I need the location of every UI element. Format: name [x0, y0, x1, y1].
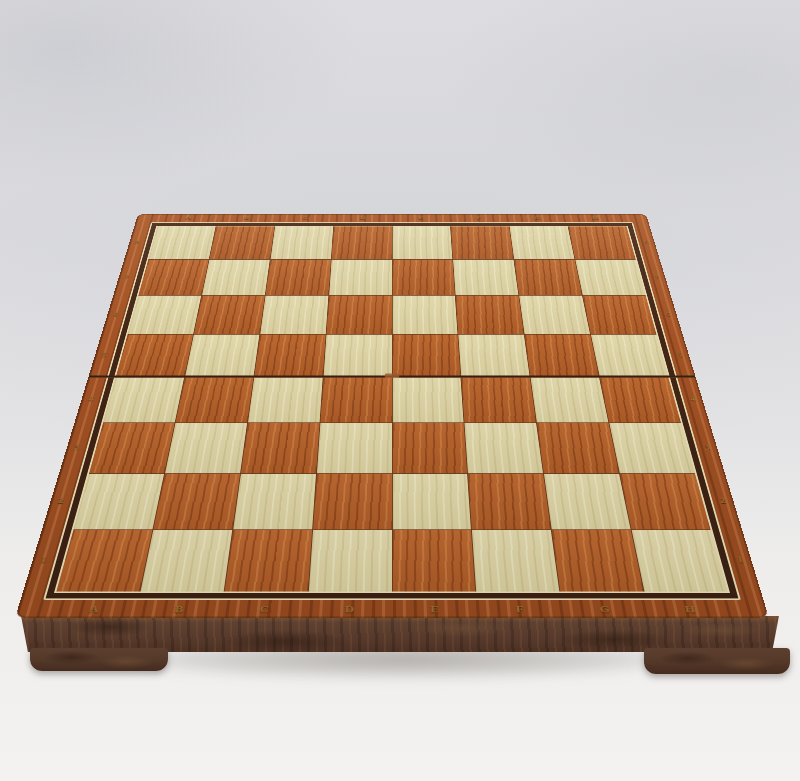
square-f3 [465, 423, 543, 473]
square-h3 [610, 423, 695, 473]
square-b5 [185, 334, 259, 376]
square-g1 [552, 530, 644, 591]
square-b4 [175, 377, 253, 423]
fold-latch-mark [385, 374, 400, 378]
square-a1 [56, 530, 152, 591]
square-e6 [392, 296, 457, 334]
file-label-e: E [392, 601, 478, 617]
square-b6 [194, 296, 265, 334]
file-label-top-c: C [275, 215, 334, 222]
square-c5 [254, 334, 325, 376]
square-e3 [392, 423, 467, 473]
square-a8 [148, 226, 215, 259]
square-d1 [308, 530, 391, 591]
square-a2 [74, 474, 164, 529]
file-label-h: H [646, 601, 735, 617]
square-g7 [514, 260, 582, 295]
file-label-c: C [221, 601, 308, 617]
square-f5 [459, 334, 530, 376]
square-c1 [224, 530, 311, 591]
board-foot-right [644, 648, 790, 674]
file-label-top-e: E [392, 215, 450, 222]
square-c3 [241, 423, 319, 473]
file-label-top-f: F [450, 215, 509, 222]
square-a4 [103, 377, 184, 423]
chessboard: ABCDEFGH ABCDEFGH 87654321 87654321 [15, 214, 769, 618]
square-g4 [531, 377, 609, 423]
file-label-a: A [49, 601, 138, 617]
file-label-b: B [135, 601, 223, 617]
square-c2 [233, 474, 316, 529]
square-d8 [331, 226, 391, 259]
file-label-d: D [306, 601, 392, 617]
square-g3 [537, 423, 619, 473]
file-label-top-a: A [159, 215, 219, 222]
square-e4 [392, 377, 463, 423]
square-e2 [392, 474, 471, 529]
file-label-top-b: B [217, 215, 276, 222]
square-f4 [462, 377, 537, 423]
square-f2 [468, 474, 551, 529]
square-b1 [140, 530, 232, 591]
square-c7 [265, 260, 330, 295]
square-f6 [456, 296, 524, 334]
square-h5 [591, 334, 668, 376]
square-c8 [270, 226, 333, 259]
square-a3 [89, 423, 174, 473]
square-b2 [153, 474, 240, 529]
square-b8 [209, 226, 274, 259]
square-g5 [525, 334, 599, 376]
square-h6 [583, 296, 656, 334]
square-b3 [165, 423, 247, 473]
file-label-top-h: H [565, 215, 625, 222]
square-d2 [313, 474, 392, 529]
file-label-g: G [561, 601, 649, 617]
square-h1 [632, 530, 728, 591]
square-d5 [323, 334, 391, 376]
playing-field [56, 226, 727, 591]
square-h7 [575, 260, 645, 295]
square-f1 [472, 530, 559, 591]
square-g8 [510, 226, 575, 259]
square-d7 [329, 260, 392, 295]
square-g2 [544, 474, 631, 529]
file-label-top-g: G [508, 215, 567, 222]
square-b7 [202, 260, 270, 295]
photo-background: ABCDEFGH ABCDEFGH 87654321 87654321 [0, 0, 800, 781]
square-e8 [392, 226, 452, 259]
file-label-f: F [477, 601, 564, 617]
file-label-top-d: D [334, 215, 392, 222]
square-d6 [326, 296, 391, 334]
board-side-edge [18, 616, 782, 652]
board-foot-left [30, 648, 168, 671]
file-labels-top: ABCDEFGH [159, 215, 625, 222]
square-f8 [451, 226, 514, 259]
square-h2 [620, 474, 710, 529]
square-f7 [453, 260, 518, 295]
square-e1 [392, 530, 475, 591]
square-h8 [568, 226, 635, 259]
square-a7 [138, 260, 208, 295]
chessboard-3d-wrapper: ABCDEFGH ABCDEFGH 87654321 87654321 [15, 214, 769, 618]
square-g6 [519, 296, 590, 334]
square-a6 [128, 296, 201, 334]
square-e5 [392, 334, 460, 376]
square-h4 [600, 377, 681, 423]
square-c6 [260, 296, 328, 334]
square-c4 [248, 377, 323, 423]
square-d4 [320, 377, 391, 423]
file-labels-bottom: ABCDEFGH [49, 601, 735, 617]
square-a5 [116, 334, 193, 376]
square-d3 [317, 423, 392, 473]
square-e7 [392, 260, 455, 295]
